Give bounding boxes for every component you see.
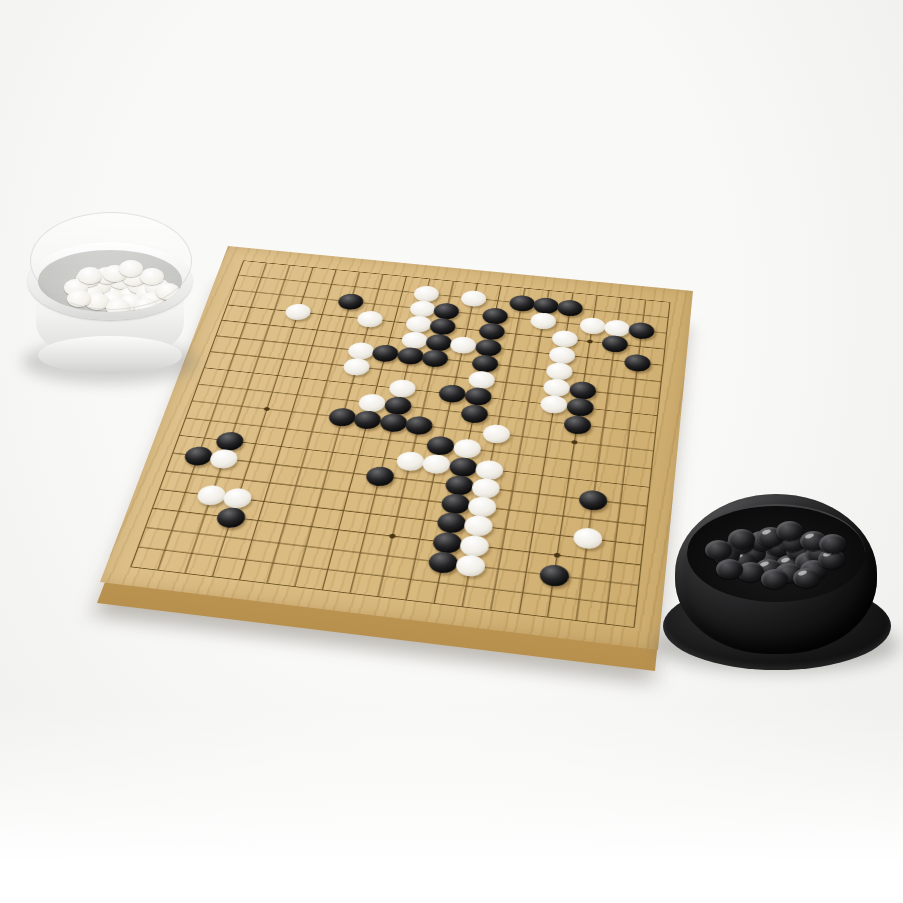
white-bowl-clear-lid — [30, 212, 192, 310]
star-point — [554, 553, 561, 558]
star-point — [587, 340, 593, 344]
star-point — [571, 440, 577, 445]
backdrop-fade — [0, 703, 903, 903]
black-bowl-stone — [819, 534, 846, 554]
black-bowl-opening — [687, 504, 865, 602]
star-point — [389, 534, 396, 539]
black-bowl-stone — [793, 568, 820, 588]
black-stone-bowl[interactable] — [663, 490, 891, 674]
black-bowl-stone — [705, 540, 732, 560]
white-bowl-foot — [38, 336, 182, 374]
star-point — [263, 407, 270, 411]
black-bowl-stone — [716, 559, 743, 579]
black-bowl-stone — [761, 569, 788, 589]
white-stone-bowl[interactable] — [28, 228, 192, 382]
